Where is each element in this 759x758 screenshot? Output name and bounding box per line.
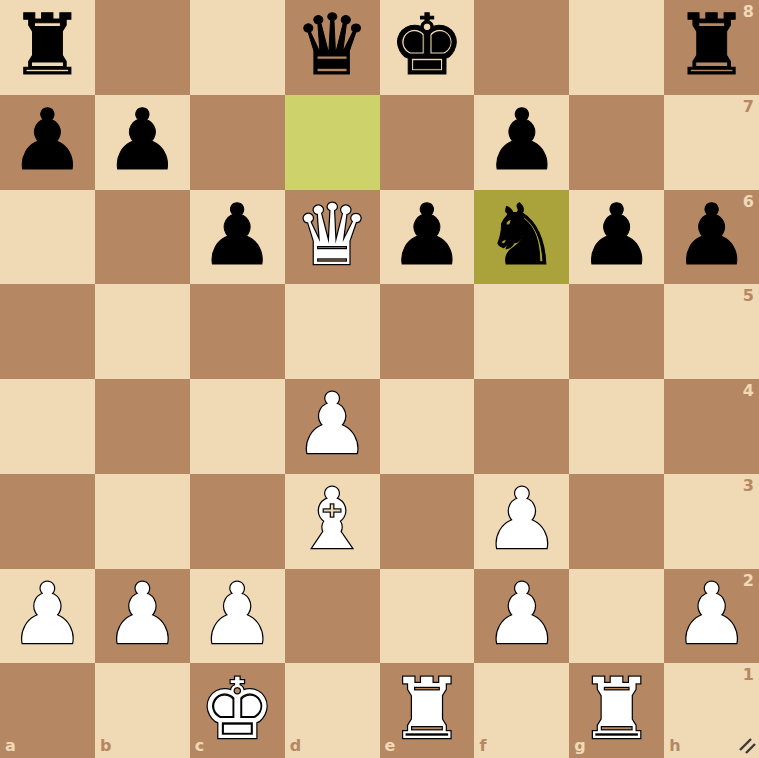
square-h4[interactable]: 4 (664, 379, 759, 474)
square-h5[interactable]: 5 (664, 284, 759, 379)
square-g4[interactable] (569, 379, 664, 474)
file-label-g: g (574, 738, 585, 754)
square-e8[interactable]: ♚ (380, 0, 475, 95)
chess-board: ♜♛♚♜8♟♟♟7♟♛♟♞♟♟65♟4♝♟3♟♟♟♟♟2ab♚cd♜ef♜gh1 (0, 0, 759, 758)
square-b7[interactable]: ♟ (95, 95, 190, 190)
square-e6[interactable]: ♟ (380, 190, 475, 285)
square-a1[interactable]: a (0, 663, 95, 758)
white-pawn-b2[interactable]: ♟ (105, 572, 180, 656)
square-d5[interactable] (285, 284, 380, 379)
square-d4[interactable]: ♟ (285, 379, 380, 474)
black-pawn-g6[interactable]: ♟ (579, 193, 654, 277)
square-b2[interactable]: ♟ (95, 569, 190, 664)
file-label-h: h (669, 738, 680, 754)
square-c6[interactable]: ♟ (190, 190, 285, 285)
white-rook-g1[interactable]: ♜ (579, 667, 654, 751)
square-d1[interactable]: d (285, 663, 380, 758)
square-h7[interactable]: 7 (664, 95, 759, 190)
white-king-c1[interactable]: ♚ (200, 667, 275, 751)
square-d2[interactable] (285, 569, 380, 664)
square-b1[interactable]: b (95, 663, 190, 758)
square-d8[interactable]: ♛ (285, 0, 380, 95)
rank-label-1: 1 (743, 667, 754, 683)
file-label-c: c (195, 738, 204, 754)
square-c2[interactable]: ♟ (190, 569, 285, 664)
square-h2[interactable]: ♟2 (664, 569, 759, 664)
square-h3[interactable]: 3 (664, 474, 759, 569)
square-a5[interactable] (0, 284, 95, 379)
square-c3[interactable] (190, 474, 285, 569)
square-c5[interactable] (190, 284, 285, 379)
black-pawn-b7[interactable]: ♟ (105, 98, 180, 182)
rank-label-7: 7 (743, 99, 754, 115)
rank-label-5: 5 (743, 288, 754, 304)
rank-label-4: 4 (743, 383, 754, 399)
square-e2[interactable] (380, 569, 475, 664)
square-g8[interactable] (569, 0, 664, 95)
square-e3[interactable] (380, 474, 475, 569)
white-pawn-c2[interactable]: ♟ (200, 572, 275, 656)
square-e5[interactable] (380, 284, 475, 379)
square-f1[interactable]: f (474, 663, 569, 758)
square-a8[interactable]: ♜ (0, 0, 95, 95)
white-pawn-f2[interactable]: ♟ (484, 572, 559, 656)
black-rook-a8[interactable]: ♜ (10, 3, 85, 87)
square-c1[interactable]: ♚c (190, 663, 285, 758)
white-queen-d6[interactable]: ♛ (294, 193, 369, 277)
square-c7[interactable] (190, 95, 285, 190)
square-g2[interactable] (569, 569, 664, 664)
black-queen-d8[interactable]: ♛ (294, 3, 369, 87)
square-g7[interactable] (569, 95, 664, 190)
square-d6[interactable]: ♛ (285, 190, 380, 285)
square-a2[interactable]: ♟ (0, 569, 95, 664)
square-d3[interactable]: ♝ (285, 474, 380, 569)
white-pawn-d4[interactable]: ♟ (294, 382, 369, 466)
square-f3[interactable]: ♟ (474, 474, 569, 569)
white-pawn-h2[interactable]: ♟ (674, 572, 749, 656)
square-d7[interactable] (285, 95, 380, 190)
square-g1[interactable]: ♜g (569, 663, 664, 758)
square-a6[interactable] (0, 190, 95, 285)
file-label-d: d (290, 738, 301, 754)
square-f5[interactable] (474, 284, 569, 379)
black-pawn-c6[interactable]: ♟ (200, 193, 275, 277)
square-c8[interactable] (190, 0, 285, 95)
square-g5[interactable] (569, 284, 664, 379)
black-pawn-h6[interactable]: ♟ (674, 193, 749, 277)
square-a7[interactable]: ♟ (0, 95, 95, 190)
white-pawn-a2[interactable]: ♟ (10, 572, 85, 656)
square-b8[interactable] (95, 0, 190, 95)
square-g6[interactable]: ♟ (569, 190, 664, 285)
black-rook-h8[interactable]: ♜ (674, 3, 749, 87)
file-label-a: a (5, 738, 16, 754)
square-a3[interactable] (0, 474, 95, 569)
square-g3[interactable] (569, 474, 664, 569)
rank-label-6: 6 (743, 194, 754, 210)
square-e7[interactable] (380, 95, 475, 190)
square-f7[interactable]: ♟ (474, 95, 569, 190)
square-b6[interactable] (95, 190, 190, 285)
black-pawn-f7[interactable]: ♟ (484, 98, 559, 182)
square-e4[interactable] (380, 379, 475, 474)
square-h6[interactable]: ♟6 (664, 190, 759, 285)
square-b4[interactable] (95, 379, 190, 474)
rank-label-3: 3 (743, 478, 754, 494)
square-a4[interactable] (0, 379, 95, 474)
black-pawn-a7[interactable]: ♟ (10, 98, 85, 182)
rank-label-8: 8 (743, 4, 754, 20)
square-e1[interactable]: ♜e (380, 663, 475, 758)
file-label-b: b (100, 738, 111, 754)
square-b5[interactable] (95, 284, 190, 379)
file-label-e: e (385, 738, 396, 754)
square-f6[interactable]: ♞ (474, 190, 569, 285)
square-b3[interactable] (95, 474, 190, 569)
rank-label-2: 2 (743, 573, 754, 589)
file-label-f: f (479, 738, 486, 754)
white-bishop-d3[interactable]: ♝ (294, 477, 369, 561)
square-f2[interactable]: ♟ (474, 569, 569, 664)
square-f4[interactable] (474, 379, 569, 474)
board-resize-handle-icon[interactable] (737, 735, 757, 755)
square-h8[interactable]: ♜8 (664, 0, 759, 95)
white-rook-e1[interactable]: ♜ (389, 667, 464, 751)
black-knight-f6[interactable]: ♞ (484, 193, 559, 277)
white-pawn-f3[interactable]: ♟ (484, 477, 559, 561)
square-c4[interactable] (190, 379, 285, 474)
black-pawn-e6[interactable]: ♟ (389, 193, 464, 277)
square-f8[interactable] (474, 0, 569, 95)
black-king-e8[interactable]: ♚ (389, 3, 464, 87)
